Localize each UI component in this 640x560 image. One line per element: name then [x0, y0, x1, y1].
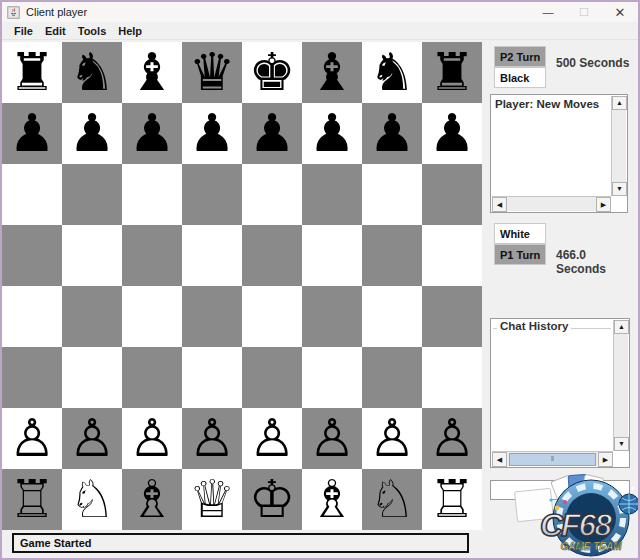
- white-piece: ♔: [249, 469, 296, 530]
- square-g3[interactable]: [362, 347, 422, 408]
- square-c6[interactable]: [122, 164, 182, 225]
- scroll-up-icon[interactable]: ▲: [612, 96, 627, 110]
- square-b7[interactable]: ♟: [62, 103, 122, 164]
- square-f8[interactable]: ♝: [302, 42, 362, 103]
- chat-vertical-scrollbar: ▲ ▼: [613, 320, 628, 451]
- square-e1[interactable]: ♔: [242, 469, 302, 530]
- square-g1[interactable]: ♘: [362, 469, 422, 530]
- square-d5[interactable]: [182, 225, 242, 286]
- white-piece: ♖: [429, 469, 476, 530]
- square-e4[interactable]: [242, 286, 302, 347]
- square-d1[interactable]: ♕: [182, 469, 242, 530]
- square-c1[interactable]: ♗: [122, 469, 182, 530]
- black-piece: ♟: [249, 103, 296, 164]
- square-h7[interactable]: ♟: [422, 103, 482, 164]
- scroll-right-icon[interactable]: ▶: [596, 197, 611, 212]
- menu-tools[interactable]: Tools: [72, 25, 113, 37]
- status-message: Game Started: [20, 537, 92, 549]
- white-piece: ♙: [309, 408, 356, 469]
- white-piece: ♘: [369, 469, 416, 530]
- square-g4[interactable]: [362, 286, 422, 347]
- client-player-window: Client player — ☐ ✕ File Edit Tools Help…: [0, 0, 640, 560]
- square-b6[interactable]: [62, 164, 122, 225]
- thumb-grip-icon: ‖: [551, 454, 554, 464]
- title-bar: Client player — ☐ ✕: [2, 2, 638, 22]
- square-a6[interactable]: [2, 164, 62, 225]
- black-piece: ♟: [189, 103, 236, 164]
- white-label-button[interactable]: White: [494, 223, 546, 244]
- square-g5[interactable]: [362, 225, 422, 286]
- square-e3[interactable]: [242, 347, 302, 408]
- square-e8[interactable]: ♚: [242, 42, 302, 103]
- white-piece: ♙: [429, 408, 476, 469]
- moves-panel[interactable]: Player: New Moves ▲ ▼ ◀ ▶: [490, 94, 628, 213]
- square-f4[interactable]: [302, 286, 362, 347]
- scroll-left-icon[interactable]: ◀: [492, 197, 507, 212]
- black-piece: ♟: [429, 103, 476, 164]
- white-piece: ♙: [69, 408, 116, 469]
- square-e5[interactable]: [242, 225, 302, 286]
- p2-turn-button[interactable]: P2 Turn: [494, 46, 546, 67]
- maximize-icon[interactable]: ☐: [566, 2, 602, 22]
- square-a2[interactable]: ♙: [2, 408, 62, 469]
- square-g8[interactable]: ♞: [362, 42, 422, 103]
- square-g2[interactable]: ♙: [362, 408, 422, 469]
- square-d2[interactable]: ♙: [182, 408, 242, 469]
- square-a1[interactable]: ♖: [2, 469, 62, 530]
- white-piece: ♗: [129, 469, 176, 530]
- square-d6[interactable]: [182, 164, 242, 225]
- square-a4[interactable]: [2, 286, 62, 347]
- menu-file[interactable]: File: [8, 25, 39, 37]
- square-h5[interactable]: [422, 225, 482, 286]
- square-f7[interactable]: ♟: [302, 103, 362, 164]
- black-piece: ♞: [69, 42, 116, 103]
- white-piece: ♙: [9, 408, 56, 469]
- square-h1[interactable]: ♖: [422, 469, 482, 530]
- square-e6[interactable]: [242, 164, 302, 225]
- square-a5[interactable]: [2, 225, 62, 286]
- black-piece: ♟: [9, 103, 56, 164]
- square-b4[interactable]: [62, 286, 122, 347]
- black-piece: ♛: [189, 42, 236, 103]
- white-piece: ♙: [249, 408, 296, 469]
- square-c7[interactable]: ♟: [122, 103, 182, 164]
- square-h6[interactable]: [422, 164, 482, 225]
- square-a8[interactable]: ♜: [2, 42, 62, 103]
- window-title: Client player: [26, 6, 87, 18]
- white-piece: ♙: [369, 408, 416, 469]
- square-h2[interactable]: ♙: [422, 408, 482, 469]
- chat-history-panel[interactable]: Chat History ▲ ▼ ◀ ‖ ▶: [490, 318, 630, 468]
- square-b5[interactable]: [62, 225, 122, 286]
- scroll-down-icon[interactable]: ▼: [612, 182, 627, 196]
- black-piece: ♜: [9, 42, 56, 103]
- square-c4[interactable]: [122, 286, 182, 347]
- square-c8[interactable]: ♝: [122, 42, 182, 103]
- scrollbar-thumb[interactable]: ‖: [509, 453, 596, 466]
- square-d3[interactable]: [182, 347, 242, 408]
- black-piece: ♟: [369, 103, 416, 164]
- square-f3[interactable]: [302, 347, 362, 408]
- square-f1[interactable]: ♗: [302, 469, 362, 530]
- square-b3[interactable]: [62, 347, 122, 408]
- black-piece: ♞: [369, 42, 416, 103]
- square-d8[interactable]: ♛: [182, 42, 242, 103]
- minimize-icon[interactable]: —: [530, 2, 566, 22]
- square-f2[interactable]: ♙: [302, 408, 362, 469]
- square-e2[interactable]: ♙: [242, 408, 302, 469]
- white-piece: ♕: [189, 469, 236, 530]
- square-f5[interactable]: [302, 225, 362, 286]
- java-app-icon: [7, 6, 20, 19]
- square-c2[interactable]: ♙: [122, 408, 182, 469]
- scroll-left-icon[interactable]: ◀: [492, 452, 507, 467]
- black-piece: ♜: [429, 42, 476, 103]
- square-b8[interactable]: ♞: [62, 42, 122, 103]
- black-piece: ♟: [129, 103, 176, 164]
- moves-horizontal-scrollbar: ◀ ▶: [492, 196, 611, 211]
- chat-horizontal-scrollbar: ◀ ‖ ▶: [492, 451, 613, 466]
- square-g6[interactable]: [362, 164, 422, 225]
- black-piece: ♚: [249, 42, 296, 103]
- scroll-right-icon[interactable]: ▶: [598, 452, 613, 467]
- p1-turn-button[interactable]: P1 Turn: [494, 244, 546, 265]
- menu-help[interactable]: Help: [112, 25, 148, 37]
- chess-board: ♜♞♝♛♚♝♞♜♟♟♟♟♟♟♟♟♙♙♙♙♙♙♙♙♖♘♗♕♔♗♘♖: [2, 42, 482, 530]
- square-a7[interactable]: ♟: [2, 103, 62, 164]
- p1-timer: 466.0 Seconds: [556, 248, 638, 276]
- chat-history-title: Chat History: [497, 320, 571, 332]
- square-c3[interactable]: [122, 347, 182, 408]
- white-piece: ♖: [9, 469, 56, 530]
- square-e7[interactable]: ♟: [242, 103, 302, 164]
- square-c5[interactable]: [122, 225, 182, 286]
- scroll-down-icon[interactable]: ▼: [614, 437, 629, 451]
- square-h8[interactable]: ♜: [422, 42, 482, 103]
- black-piece: ♝: [309, 42, 356, 103]
- square-f6[interactable]: [302, 164, 362, 225]
- square-d4[interactable]: [182, 286, 242, 347]
- white-piece: ♙: [189, 408, 236, 469]
- p2-timer: 500 Seconds: [556, 56, 629, 70]
- square-h3[interactable]: [422, 347, 482, 408]
- white-piece: ♗: [309, 469, 356, 530]
- menu-edit[interactable]: Edit: [39, 25, 72, 37]
- square-a3[interactable]: [2, 347, 62, 408]
- logo-text: CF68: [540, 507, 612, 543]
- logo-subtext: GAME TEAM: [560, 541, 622, 552]
- white-piece: ♘: [69, 469, 116, 530]
- black-label-button[interactable]: Black: [494, 67, 546, 88]
- white-piece: ♙: [129, 408, 176, 469]
- square-g7[interactable]: ♟: [362, 103, 422, 164]
- window-controls: — ☐ ✕: [530, 2, 638, 22]
- square-d7[interactable]: ♟: [182, 103, 242, 164]
- close-icon[interactable]: ✕: [602, 2, 638, 22]
- square-h4[interactable]: [422, 286, 482, 347]
- scroll-up-icon[interactable]: ▲: [614, 320, 629, 334]
- black-piece: ♟: [309, 103, 356, 164]
- moves-text: Player: New Moves: [495, 98, 599, 110]
- square-b1[interactable]: ♘: [62, 469, 122, 530]
- black-piece: ♟: [69, 103, 116, 164]
- status-bar: Game Started: [12, 533, 469, 553]
- menu-bar: File Edit Tools Help: [2, 22, 638, 40]
- cf68-watermark-logo: CF68 GAME TEAM: [513, 474, 640, 560]
- moves-vertical-scrollbar: ▲ ▼: [611, 96, 626, 196]
- square-b2[interactable]: ♙: [62, 408, 122, 469]
- black-piece: ♝: [129, 42, 176, 103]
